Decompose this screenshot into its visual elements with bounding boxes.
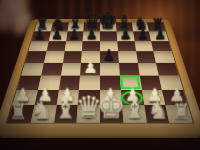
chess-app-scene: ♜♞♝♛♚♝♞♜♟♟♟♟♟♟♟♟♟♟♟♟♟♟♟♟♜♞♝♛♚♝♞♜ <box>0 0 200 150</box>
scene-vignette <box>0 0 200 150</box>
